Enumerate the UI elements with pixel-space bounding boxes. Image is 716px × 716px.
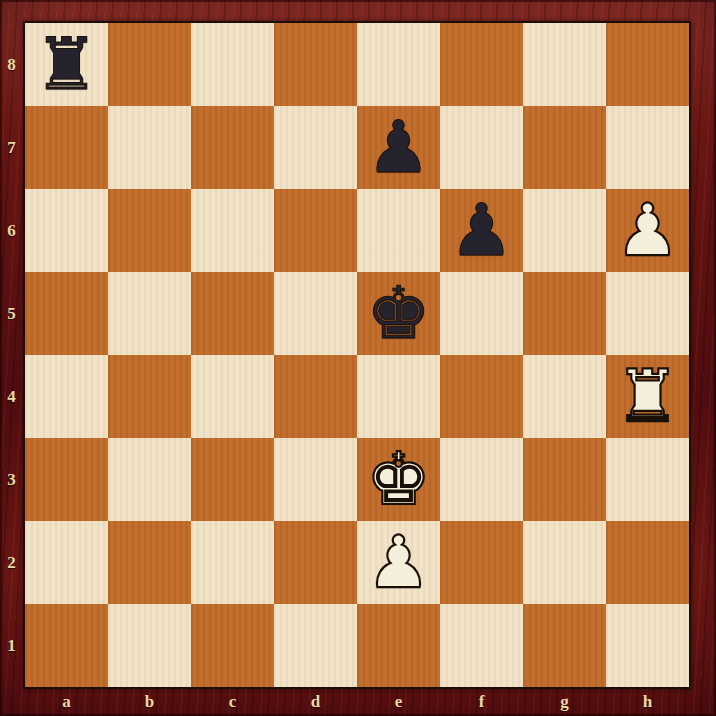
square-g7[interactable] [523,106,606,189]
square-d5[interactable] [274,272,357,355]
square-h5[interactable] [606,272,689,355]
square-f4[interactable] [440,355,523,438]
square-d2[interactable] [274,521,357,604]
white-rook-h4[interactable]: ♜ [606,355,689,438]
square-a4[interactable] [25,355,108,438]
square-f7[interactable] [440,106,523,189]
square-d7[interactable] [274,106,357,189]
white-pawn-h6[interactable]: ♟ [606,189,689,272]
square-e3[interactable]: ♚ [357,438,440,521]
square-a8[interactable]: ♜ [25,23,108,106]
square-e5[interactable]: ♚ [357,272,440,355]
square-g3[interactable] [523,438,606,521]
file-label-d: d [274,689,357,716]
rank-label-2: 2 [0,521,23,604]
square-g6[interactable] [523,189,606,272]
square-b6[interactable] [108,189,191,272]
file-label-b: b [108,689,191,716]
square-d4[interactable] [274,355,357,438]
white-king-e3[interactable]: ♚ [357,438,440,521]
square-c3[interactable] [191,438,274,521]
square-h2[interactable] [606,521,689,604]
square-h1[interactable] [606,604,689,687]
square-h4[interactable]: ♜ [606,355,689,438]
square-g4[interactable] [523,355,606,438]
square-c6[interactable] [191,189,274,272]
file-label-h: h [606,689,689,716]
square-d3[interactable] [274,438,357,521]
square-g8[interactable] [523,23,606,106]
white-pawn-e2[interactable]: ♟ [357,521,440,604]
square-b2[interactable] [108,521,191,604]
square-b8[interactable] [108,23,191,106]
square-g5[interactable] [523,272,606,355]
square-g2[interactable] [523,521,606,604]
square-e4[interactable] [357,355,440,438]
square-c5[interactable] [191,272,274,355]
square-h8[interactable] [606,23,689,106]
square-f8[interactable] [440,23,523,106]
square-e7[interactable]: ♟ [357,106,440,189]
black-pawn-f6[interactable]: ♟ [440,189,523,272]
square-c1[interactable] [191,604,274,687]
square-b4[interactable] [108,355,191,438]
square-c8[interactable] [191,23,274,106]
square-g1[interactable] [523,604,606,687]
square-a7[interactable] [25,106,108,189]
square-d1[interactable] [274,604,357,687]
chess-board: ♜♟♟♟♚♜♚♟ [23,21,691,689]
square-a1[interactable] [25,604,108,687]
rank-label-6: 6 [0,189,23,272]
square-a5[interactable] [25,272,108,355]
rank-label-3: 3 [0,438,23,521]
file-label-g: g [523,689,606,716]
square-h3[interactable] [606,438,689,521]
black-pawn-e7[interactable]: ♟ [357,106,440,189]
square-c2[interactable] [191,521,274,604]
rank-label-8: 8 [0,23,23,106]
square-f3[interactable] [440,438,523,521]
square-d8[interactable] [274,23,357,106]
file-label-e: e [357,689,440,716]
square-f6[interactable]: ♟ [440,189,523,272]
chess-diagram: 87654321abcdefgh ♜♟♟♟♚♜♚♟ [0,0,716,716]
square-b3[interactable] [108,438,191,521]
rank-label-5: 5 [0,272,23,355]
square-h6[interactable]: ♟ [606,189,689,272]
square-b7[interactable] [108,106,191,189]
square-f5[interactable] [440,272,523,355]
square-h7[interactable] [606,106,689,189]
square-a3[interactable] [25,438,108,521]
square-c4[interactable] [191,355,274,438]
square-b1[interactable] [108,604,191,687]
square-b5[interactable] [108,272,191,355]
file-label-c: c [191,689,274,716]
square-f2[interactable] [440,521,523,604]
black-rook-a8[interactable]: ♜ [25,23,108,106]
square-d6[interactable] [274,189,357,272]
square-c7[interactable] [191,106,274,189]
square-f1[interactable] [440,604,523,687]
black-king-e5[interactable]: ♚ [357,272,440,355]
square-a6[interactable] [25,189,108,272]
rank-label-4: 4 [0,355,23,438]
file-label-f: f [440,689,523,716]
square-a2[interactable] [25,521,108,604]
rank-label-1: 1 [0,604,23,687]
file-label-a: a [25,689,108,716]
rank-label-7: 7 [0,106,23,189]
square-e1[interactable] [357,604,440,687]
square-e8[interactable] [357,23,440,106]
square-e2[interactable]: ♟ [357,521,440,604]
square-e6[interactable] [357,189,440,272]
